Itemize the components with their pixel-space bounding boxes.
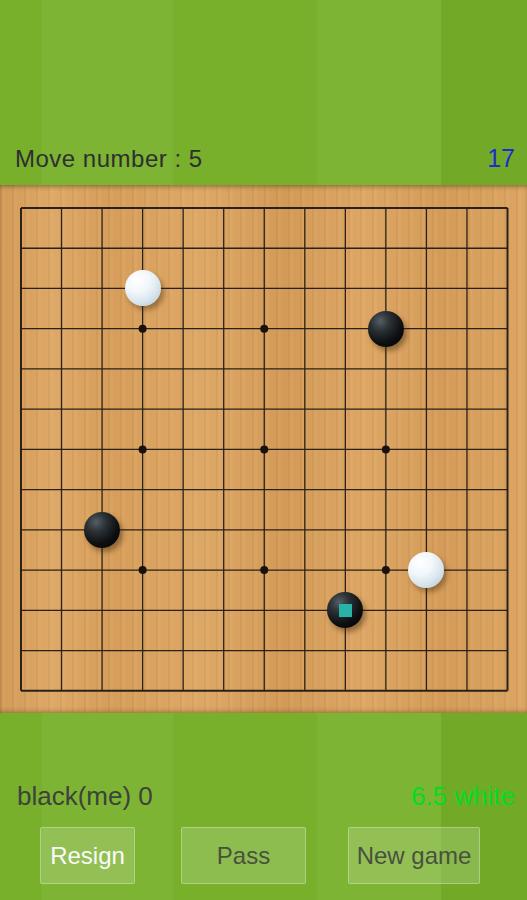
new-game-button[interactable]: New game: [348, 827, 480, 884]
board-grid: [0, 185, 527, 713]
resign-button[interactable]: Resign: [40, 827, 135, 884]
star-point: [260, 566, 268, 574]
go-board[interactable]: [0, 185, 527, 713]
star-point: [139, 445, 147, 453]
black-score-label: black(me) 0: [17, 781, 153, 812]
star-point: [382, 566, 390, 574]
white-stone: [125, 270, 161, 306]
last-move-marker: [339, 604, 352, 617]
go-app-screen: Move number : 5 17 black(me) 0 6.5 white…: [0, 0, 527, 900]
star-point: [382, 445, 390, 453]
status-header: Move number : 5 17: [0, 0, 527, 185]
black-stone: [84, 512, 120, 548]
pass-button[interactable]: Pass: [181, 827, 306, 884]
star-point: [139, 566, 147, 574]
timer-value: 17: [487, 144, 515, 173]
score-row: black(me) 0 6.5 white: [0, 781, 527, 812]
move-number-label: Move number : 5: [15, 145, 203, 173]
star-point: [260, 445, 268, 453]
white-komi-label: 6.5 white: [411, 781, 515, 812]
black-stone: [368, 311, 404, 347]
star-point: [139, 325, 147, 333]
star-point: [260, 325, 268, 333]
